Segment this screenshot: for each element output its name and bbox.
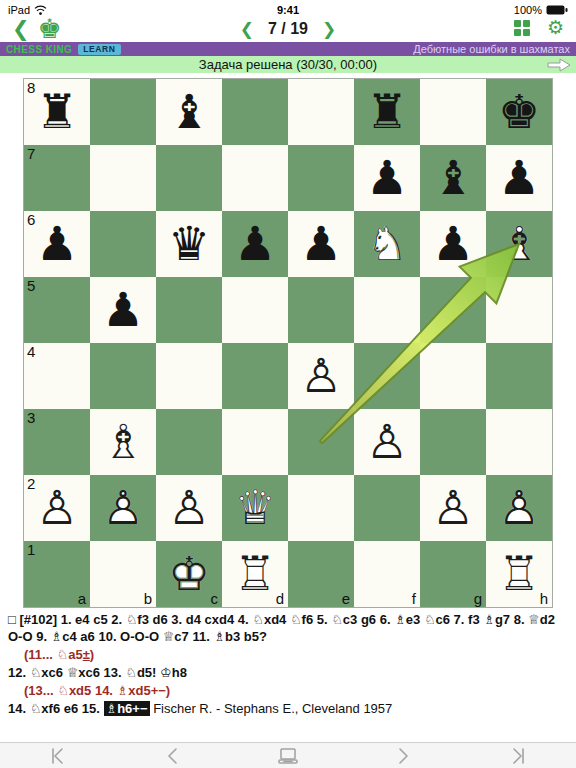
- file-label-e: e: [342, 591, 350, 607]
- black-pawn: ♟: [486, 145, 552, 211]
- square-h2[interactable]: ♟♙: [486, 475, 552, 541]
- white-pawn: ♟♙: [156, 475, 222, 541]
- white-rook: ♜♖: [486, 541, 552, 607]
- rank-label-5: 5: [27, 278, 35, 294]
- square-e6[interactable]: ♟: [288, 211, 354, 277]
- square-c6[interactable]: ♛: [156, 211, 222, 277]
- white-queen: ♛♕: [222, 475, 288, 541]
- black-rook: ♜: [354, 79, 420, 145]
- square-e8[interactable]: [288, 79, 354, 145]
- square-b4[interactable]: [90, 343, 156, 409]
- rank-label-7: 7: [27, 146, 35, 162]
- rank-label-1: 1: [27, 542, 35, 558]
- black-rook: ♜: [24, 79, 90, 145]
- square-g8[interactable]: [420, 79, 486, 145]
- square-a5[interactable]: 5: [24, 277, 90, 343]
- black-bishop: ♝: [156, 79, 222, 145]
- chess-board: 8♜♝♜♚7♟♝♟6♟♛♟♟♞♘♟♝♗5♟4♟♙3♝♗♟♙2♟♙♟♙♟♙♛♕♟♙…: [24, 79, 552, 607]
- square-g4[interactable]: [420, 343, 486, 409]
- square-g7[interactable]: ♝: [420, 145, 486, 211]
- square-a8[interactable]: 8♜: [24, 79, 90, 145]
- square-a4[interactable]: 4: [24, 343, 90, 409]
- white-bishop: ♝♗: [486, 211, 552, 277]
- square-g3[interactable]: [420, 409, 486, 475]
- square-f8[interactable]: ♜: [354, 79, 420, 145]
- square-g2[interactable]: ♟♙: [420, 475, 486, 541]
- white-pawn: ♟♙: [24, 475, 90, 541]
- square-c5[interactable]: [156, 277, 222, 343]
- previous-page-button[interactable]: ❮: [240, 19, 254, 40]
- next-task-arrow-icon[interactable]: [546, 57, 572, 73]
- square-b2[interactable]: ♟♙: [90, 475, 156, 541]
- square-c1[interactable]: c♚♔: [156, 541, 222, 607]
- move-line-5[interactable]: 14. ♘xf6 e6 15. ♗h6+− Fischer R. - Steph…: [8, 700, 572, 717]
- square-d1[interactable]: d♜♖: [222, 541, 288, 607]
- square-d6[interactable]: ♟: [222, 211, 288, 277]
- page-indicator: 7 / 19: [268, 20, 308, 38]
- move-text: 12. ♘xc6 ♕xc6 13. ♘d5! ♔h8: [8, 665, 187, 680]
- square-b5[interactable]: ♟: [90, 277, 156, 343]
- square-d3[interactable]: [222, 409, 288, 475]
- task-solved-text: Задача решена (30/30, 00:00): [0, 57, 576, 72]
- square-f1[interactable]: f: [354, 541, 420, 607]
- square-c7[interactable]: [156, 145, 222, 211]
- square-e3[interactable]: [288, 409, 354, 475]
- move-text: (11... ♘a5: [24, 647, 83, 662]
- white-knight: ♞♘: [354, 211, 420, 277]
- black-pawn: ♟: [90, 277, 156, 343]
- move-text: ): [90, 647, 94, 662]
- square-b1[interactable]: b: [90, 541, 156, 607]
- square-b3[interactable]: ♝♗: [90, 409, 156, 475]
- learn-badge: LEARN: [78, 44, 120, 55]
- black-pawn: ♟: [24, 211, 90, 277]
- board-area: 8♜♝♜♚7♟♝♟6♟♛♟♟♞♘♟♝♗5♟4♟♙3♝♗♟♙2♟♙♟♙♟♙♛♕♟♙…: [24, 79, 552, 607]
- brand-title: CHESS KING: [6, 44, 72, 55]
- square-g5[interactable]: [420, 277, 486, 343]
- white-pawn: ♟♙: [90, 475, 156, 541]
- current-move[interactable]: ♗h6+−: [104, 701, 150, 716]
- move-text: □ [#102] 1. e4 c5 2. ♘f3 d6 3. d4 cxd4 4…: [8, 612, 555, 644]
- square-h4[interactable]: [486, 343, 552, 409]
- first-move-button[interactable]: [45, 745, 71, 767]
- move-text: ±: [83, 647, 90, 662]
- square-h1[interactable]: h♜♖: [486, 541, 552, 607]
- square-e1[interactable]: e: [288, 541, 354, 607]
- move-line-2[interactable]: (11... ♘a5±): [8, 646, 572, 663]
- square-d8[interactable]: [222, 79, 288, 145]
- square-f6[interactable]: ♞♘: [354, 211, 420, 277]
- rank-label-3: 3: [27, 410, 35, 426]
- black-pawn: ♟: [420, 211, 486, 277]
- square-g6[interactable]: ♟: [420, 211, 486, 277]
- square-b7[interactable]: [90, 145, 156, 211]
- previous-move-button[interactable]: [160, 745, 186, 767]
- brand-bar: CHESS KING LEARN Дебютные ошибки в шахма…: [0, 42, 576, 56]
- square-f4[interactable]: [354, 343, 420, 409]
- bottom-toolbar: [0, 742, 576, 768]
- square-a7[interactable]: 7: [24, 145, 90, 211]
- black-pawn: ♟: [222, 211, 288, 277]
- square-a3[interactable]: 3: [24, 409, 90, 475]
- square-a6[interactable]: 6♟: [24, 211, 90, 277]
- file-label-g: g: [474, 591, 482, 607]
- square-h8[interactable]: ♚: [486, 79, 552, 145]
- square-e7[interactable]: [288, 145, 354, 211]
- square-d7[interactable]: [222, 145, 288, 211]
- square-f2[interactable]: [354, 475, 420, 541]
- course-title: Дебютные ошибки в шахматах: [413, 43, 570, 55]
- file-label-f: f: [412, 591, 416, 607]
- square-h6[interactable]: ♝♗: [486, 211, 552, 277]
- square-c3[interactable]: [156, 409, 222, 475]
- file-label-b: b: [144, 591, 152, 607]
- square-a1[interactable]: 1a: [24, 541, 90, 607]
- square-f3[interactable]: ♟♙: [354, 409, 420, 475]
- white-pawn: ♟♙: [354, 409, 420, 475]
- last-move-button[interactable]: [505, 745, 531, 767]
- black-bishop: ♝: [420, 145, 486, 211]
- app-screen: iPad 9:41 100% ❮ ♚ ❮ 7 / 19 ❯: [0, 0, 576, 768]
- square-c2[interactable]: ♟♙: [156, 475, 222, 541]
- square-b8[interactable]: [90, 79, 156, 145]
- rank-label-4: 4: [27, 344, 35, 360]
- white-rook: ♜♖: [222, 541, 288, 607]
- square-a2[interactable]: 2♟♙: [24, 475, 90, 541]
- white-pawn: ♟♙: [486, 475, 552, 541]
- black-queen: ♛: [156, 211, 222, 277]
- square-h5[interactable]: [486, 277, 552, 343]
- next-move-button[interactable]: [390, 745, 416, 767]
- move-line-1[interactable]: □ [#102] 1. e4 c5 2. ♘f3 d6 3. d4 cxd4 4…: [8, 611, 572, 645]
- square-d4[interactable]: [222, 343, 288, 409]
- square-h7[interactable]: ♟: [486, 145, 552, 211]
- file-label-a: a: [78, 591, 86, 607]
- move-text: 14. ♘xf6 e6 15.: [8, 701, 104, 716]
- white-pawn: ♟♙: [288, 343, 354, 409]
- move-list: □ [#102] 1. e4 c5 2. ♘f3 d6 3. d4 cxd4 4…: [8, 611, 572, 718]
- square-e5[interactable]: [288, 277, 354, 343]
- white-bishop: ♝♗: [90, 409, 156, 475]
- next-page-button[interactable]: ❯: [322, 19, 336, 40]
- black-pawn: ♟: [354, 145, 420, 211]
- square-f5[interactable]: [354, 277, 420, 343]
- move-text: (13... ♘xd5 14. ♗xd5+−): [24, 683, 170, 698]
- black-pawn: ♟: [288, 211, 354, 277]
- settings-gear-icon[interactable]: ⚙: [547, 18, 564, 37]
- move-line-4[interactable]: (13... ♘xd5 14. ♗xd5+−): [8, 682, 572, 699]
- white-king: ♚♔: [156, 541, 222, 607]
- nav-bar: ❮ ♚ ❮ 7 / 19 ❯ ⚙: [0, 16, 576, 42]
- black-king: ♚: [486, 79, 552, 145]
- square-e2[interactable]: [288, 475, 354, 541]
- move-text: Fischer R. - Stephans E., Cleveland 1957: [150, 701, 393, 716]
- square-e4[interactable]: ♟♙: [288, 343, 354, 409]
- square-b6[interactable]: [90, 211, 156, 277]
- square-h3[interactable]: [486, 409, 552, 475]
- clock: 9:41: [0, 4, 576, 16]
- task-solved-banner: Задача решена (30/30, 00:00): [0, 56, 576, 73]
- square-c8[interactable]: ♝: [156, 79, 222, 145]
- square-g1[interactable]: g: [420, 541, 486, 607]
- white-pawn: ♟♙: [420, 475, 486, 541]
- grid-view-icon[interactable]: [514, 20, 530, 36]
- square-f7[interactable]: ♟: [354, 145, 420, 211]
- square-d5[interactable]: [222, 277, 288, 343]
- square-d2[interactable]: ♛♕: [222, 475, 288, 541]
- board-view-button[interactable]: [275, 745, 301, 767]
- move-line-3[interactable]: 12. ♘xc6 ♕xc6 13. ♘d5! ♔h8: [8, 664, 572, 681]
- square-c4[interactable]: [156, 343, 222, 409]
